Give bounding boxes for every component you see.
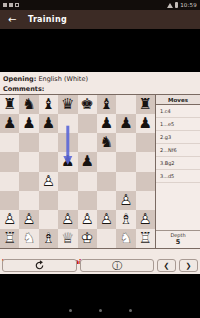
square-e6[interactable] [78, 133, 97, 152]
square-b8[interactable]: ♞ [19, 95, 38, 114]
comments-label: Comments: [3, 85, 44, 93]
notification-icon [3, 3, 7, 7]
move-item[interactable]: 1...e5 [156, 118, 200, 131]
square-f2[interactable]: ♙ [97, 210, 116, 229]
square-b4[interactable] [19, 172, 38, 191]
navigation-bar [0, 274, 200, 318]
square-d4[interactable] [58, 172, 77, 191]
square-f3[interactable] [97, 191, 116, 210]
square-a3[interactable] [0, 191, 19, 210]
square-d2[interactable]: ♙ [58, 210, 77, 229]
notification-icon [9, 3, 13, 7]
white-piece-p[interactable]: ♙ [42, 174, 55, 189]
screen: 10:59 ← Training Opening: English (White… [0, 0, 200, 318]
black-piece-b[interactable]: ♝ [42, 97, 55, 112]
moves-header: Moves [156, 95, 200, 105]
black-piece-p[interactable]: ♟ [80, 154, 93, 169]
move-item[interactable]: 3.Bg2 [156, 157, 200, 170]
square-e1[interactable]: ♔ [78, 229, 97, 248]
board-grid: ♜♞♝♛♚♝♜♟♟♟♟♟♟♞♟♟♙♙♙♙♙♙♙♗♙♖♘♗♕♔♘♖ [0, 95, 155, 248]
message-row: Wrong move, try again... [0, 249, 200, 258]
square-f7[interactable]: ♟ [97, 114, 116, 133]
battery-icon [175, 2, 178, 8]
white-piece-k[interactable]: ♔ [80, 231, 93, 246]
sync-icon [34, 260, 45, 271]
square-h4[interactable] [136, 172, 155, 191]
depth-value: 5 [156, 238, 200, 246]
square-f8[interactable]: ♝ [97, 95, 116, 114]
prev-move-button[interactable]: ❮ [157, 259, 176, 272]
white-piece-b[interactable]: ♗ [42, 231, 55, 246]
nav-recents-button[interactable] [129, 309, 132, 312]
status-icons: 10:59 [167, 2, 197, 8]
square-g6[interactable] [116, 133, 135, 152]
square-h2[interactable]: ♙ [136, 210, 155, 229]
square-f6[interactable]: ♞ [97, 133, 116, 152]
square-a5[interactable] [0, 152, 19, 171]
notification-icons [3, 3, 19, 7]
square-b5[interactable] [19, 152, 38, 171]
wifi-icon [167, 3, 173, 8]
depth-box: Depth 5 [156, 230, 200, 248]
app-bar: ← Training [0, 10, 200, 29]
square-e8[interactable]: ♚ [78, 95, 97, 114]
white-piece-n[interactable]: ♘ [119, 231, 132, 246]
opening-label: Opening: [3, 75, 36, 83]
square-c4[interactable]: ♙ [39, 172, 58, 191]
square-h8[interactable]: ♜ [136, 95, 155, 114]
square-b7[interactable]: ♟ [19, 114, 38, 133]
square-h3[interactable] [136, 191, 155, 210]
black-piece-r[interactable]: ♜ [139, 97, 152, 112]
white-piece-r[interactable]: ♖ [139, 231, 152, 246]
square-c3[interactable] [39, 191, 58, 210]
moves-list: 1.c41...e52.g32...Nf63.Bg23...d5 [156, 105, 200, 230]
move-item[interactable]: 1.c4 [156, 105, 200, 118]
black-piece-b[interactable]: ♝ [100, 97, 113, 112]
square-c8[interactable]: ♝ [39, 95, 58, 114]
move-item[interactable]: 2...Nf6 [156, 144, 200, 157]
square-h1[interactable]: ♖ [136, 229, 155, 248]
square-g5[interactable] [116, 152, 135, 171]
black-piece-n[interactable]: ♞ [22, 97, 35, 112]
white-piece-p[interactable]: ♙ [80, 212, 93, 227]
white-piece-r[interactable]: ♖ [3, 231, 16, 246]
nav-home-button[interactable] [99, 309, 102, 312]
black-piece-q[interactable]: ♛ [61, 97, 74, 112]
square-g7[interactable]: ♟ [116, 114, 135, 133]
square-c7[interactable]: ♟ [39, 114, 58, 133]
move-item[interactable]: 3...d5 [156, 170, 200, 183]
black-piece-p[interactable]: ♟ [100, 116, 113, 131]
black-piece-p[interactable]: ♟ [61, 154, 74, 169]
black-piece-p[interactable]: ♟ [139, 116, 152, 131]
black-piece-p[interactable]: ♟ [42, 116, 55, 131]
back-icon[interactable]: ← [8, 14, 28, 25]
black-piece-k[interactable]: ♚ [80, 97, 93, 112]
next-move-button[interactable]: ❯ [179, 259, 198, 272]
move-item[interactable]: 2.g3 [156, 131, 200, 144]
info-icon: ⓘ [112, 261, 122, 271]
square-f5[interactable] [97, 152, 116, 171]
square-g3[interactable]: ♙ [116, 191, 135, 210]
white-piece-p[interactable]: ♙ [61, 212, 74, 227]
square-d1[interactable]: ♕ [58, 229, 77, 248]
square-h5[interactable] [136, 152, 155, 171]
square-a6[interactable] [0, 133, 19, 152]
nav-back-button[interactable] [69, 309, 72, 312]
status-bar: 10:59 [0, 0, 200, 10]
white-piece-b[interactable]: ♗ [119, 212, 132, 227]
square-c5[interactable] [39, 152, 58, 171]
black-piece-p[interactable]: ♟ [22, 116, 35, 131]
opening-info: Opening: English (White) Comments: [0, 72, 200, 94]
square-b6[interactable] [19, 133, 38, 152]
moves-panel: Moves 1.c41...e52.g32...Nf63.Bg23...d5 D… [155, 95, 200, 248]
square-a4[interactable] [0, 172, 19, 191]
square-g4[interactable] [116, 172, 135, 191]
square-c2[interactable] [39, 210, 58, 229]
square-g2[interactable]: ♗ [116, 210, 135, 229]
info-button[interactable]: ⓘ [80, 259, 154, 272]
opening-value: English (White) [38, 75, 88, 83]
square-b1[interactable]: ♘ [19, 229, 38, 248]
square-a7[interactable]: ♟ [0, 114, 19, 133]
square-h6[interactable] [136, 133, 155, 152]
square-f4[interactable] [97, 172, 116, 191]
square-c1[interactable]: ♗ [39, 229, 58, 248]
page-title: Training [28, 15, 67, 24]
square-d8[interactable]: ♛ [58, 95, 77, 114]
square-b3[interactable] [19, 191, 38, 210]
square-c6[interactable] [39, 133, 58, 152]
square-d5[interactable]: ♟ [58, 152, 77, 171]
square-g1[interactable]: ♘ [116, 229, 135, 248]
status-time: 10:59 [180, 2, 197, 8]
content-panel: Opening: English (White) Comments: ♜♞♝♛♚… [0, 72, 200, 274]
white-piece-p[interactable]: ♙ [22, 212, 35, 227]
square-e7[interactable] [78, 114, 97, 133]
square-f1[interactable] [97, 229, 116, 248]
square-a1[interactable]: ♖ [0, 229, 19, 248]
chess-board: ♜♞♝♛♚♝♜♟♟♟♟♟♟♞♟♟♙♙♙♙♙♙♙♗♙♖♘♗♕♔♘♖ [0, 95, 155, 248]
black-piece-r[interactable]: ♜ [3, 97, 16, 112]
white-piece-n[interactable]: ♘ [22, 231, 35, 246]
square-e2[interactable]: ♙ [78, 210, 97, 229]
black-piece-p[interactable]: ♟ [119, 116, 132, 131]
square-a8[interactable]: ♜ [0, 95, 19, 114]
square-e4[interactable] [78, 172, 97, 191]
letterbox-top [0, 29, 200, 72]
square-d6[interactable] [58, 133, 77, 152]
square-a2[interactable]: ♙ [0, 210, 19, 229]
square-e5[interactable]: ♟ [78, 152, 97, 171]
retry-button[interactable] [2, 259, 77, 272]
board-and-moves: ♜♞♝♛♚♝♜♟♟♟♟♟♟♞♟♟♙♙♙♙♙♙♙♗♙♖♘♗♕♔♘♖ Moves 1… [0, 94, 200, 249]
white-piece-p[interactable]: ♙ [139, 212, 152, 227]
white-piece-p[interactable]: ♙ [100, 212, 113, 227]
square-d3[interactable] [58, 191, 77, 210]
black-piece-n[interactable]: ♞ [100, 135, 113, 150]
square-b2[interactable]: ♙ [19, 210, 38, 229]
square-d7[interactable] [58, 114, 77, 133]
notification-icon [15, 3, 19, 7]
controls-row: ⓘ ❮ ❯ [0, 258, 200, 274]
square-g8[interactable] [116, 95, 135, 114]
white-piece-p[interactable]: ♙ [3, 212, 16, 227]
square-e3[interactable] [78, 191, 97, 210]
black-piece-p[interactable]: ♟ [3, 116, 16, 131]
square-h7[interactable]: ♟ [136, 114, 155, 133]
white-piece-p[interactable]: ♙ [119, 193, 132, 208]
white-piece-q[interactable]: ♕ [61, 231, 74, 246]
